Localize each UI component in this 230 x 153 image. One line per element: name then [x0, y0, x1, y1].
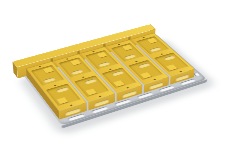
pocket-oval-slot [43, 77, 56, 83]
screw-hole [82, 76, 84, 77]
screw-hole [118, 43, 120, 44]
pocket-oval-slot [138, 62, 151, 68]
pocket-oval-slot [98, 61, 111, 67]
product-photo [0, 0, 230, 153]
screw-hole [180, 70, 183, 71]
screw-hole [39, 65, 41, 66]
screw-hole [99, 95, 102, 97]
screw-hole [143, 37, 145, 38]
pocket-oval-slot [56, 86, 70, 92]
pocket-block [43, 66, 54, 72]
screw-hole [161, 53, 163, 54]
pocket-oval-slot [84, 78, 97, 84]
pocket-block [147, 37, 158, 42]
pocket-block [113, 80, 124, 87]
pocket-oval-slot [124, 54, 137, 59]
pocket-block [70, 59, 81, 65]
screw-hole [54, 84, 56, 85]
pocket-block [166, 64, 177, 70]
pocket-block [57, 97, 69, 104]
pocket-oval-slot [111, 70, 124, 76]
screw-hole [70, 104, 73, 106]
pocket-block [85, 88, 97, 95]
screw-hole [153, 78, 156, 79]
pocket-block [140, 72, 151, 78]
screw-hole [66, 58, 68, 59]
pocket-oval-slot [149, 46, 161, 51]
screw-hole [135, 60, 137, 61]
pocket-block [122, 44, 133, 50]
photo-stage [0, 0, 230, 153]
screw-hole [92, 51, 94, 52]
tray-assembly [20, 33, 207, 125]
screw-hole [127, 87, 130, 88]
pocket-oval-slot [71, 69, 84, 75]
screw-hole [109, 68, 111, 69]
pocket-block [97, 51, 108, 57]
